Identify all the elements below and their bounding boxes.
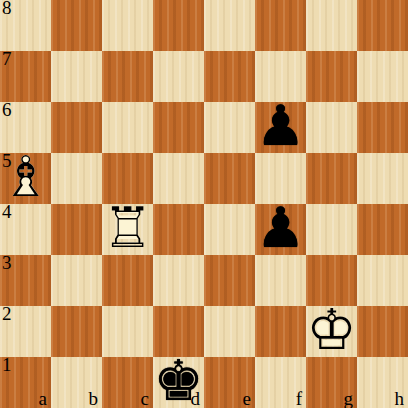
square-b6[interactable] bbox=[51, 102, 102, 153]
square-g8[interactable] bbox=[306, 0, 357, 51]
square-b2[interactable] bbox=[51, 306, 102, 357]
white-bishop-outline-glyph: ♗ bbox=[0, 148, 50, 204]
square-b5[interactable] bbox=[51, 153, 102, 204]
white-rook-outline-glyph: ♖ bbox=[102, 199, 152, 255]
square-c7[interactable] bbox=[102, 51, 153, 102]
file-label-a: a bbox=[39, 389, 47, 408]
file-label-f: f bbox=[296, 389, 302, 408]
square-a1[interactable]: 1a bbox=[0, 357, 51, 408]
file-label-g: g bbox=[344, 389, 354, 408]
square-d5[interactable] bbox=[153, 153, 204, 204]
black-pawn-f6[interactable]: ♟ bbox=[255, 102, 306, 153]
black-king-d1[interactable]: ♚ bbox=[153, 357, 204, 408]
square-f4[interactable]: ♟ bbox=[255, 204, 306, 255]
square-f8[interactable] bbox=[255, 0, 306, 51]
file-label-e: e bbox=[243, 389, 251, 408]
square-h2[interactable] bbox=[357, 306, 408, 357]
square-g5[interactable] bbox=[306, 153, 357, 204]
rank-label-3: 3 bbox=[2, 253, 12, 274]
white-king-outline-glyph: ♔ bbox=[306, 301, 356, 357]
square-a7[interactable]: 7 bbox=[0, 51, 51, 102]
square-h6[interactable] bbox=[357, 102, 408, 153]
rank-label-6: 6 bbox=[2, 100, 12, 121]
square-a3[interactable]: 3 bbox=[0, 255, 51, 306]
square-b4[interactable] bbox=[51, 204, 102, 255]
square-e5[interactable] bbox=[204, 153, 255, 204]
square-a2[interactable]: 2 bbox=[0, 306, 51, 357]
square-f2[interactable] bbox=[255, 306, 306, 357]
white-bishop-a5[interactable]: ♝♗ bbox=[0, 153, 51, 204]
chess-board-wrapper: 876♟5♝♗4♜♖♟32♚♔1abcd♚efgh bbox=[0, 0, 408, 408]
chess-board: 876♟5♝♗4♜♖♟32♚♔1abcd♚efgh bbox=[0, 0, 408, 408]
square-d7[interactable] bbox=[153, 51, 204, 102]
square-d6[interactable] bbox=[153, 102, 204, 153]
square-e3[interactable] bbox=[204, 255, 255, 306]
square-f6[interactable]: ♟ bbox=[255, 102, 306, 153]
square-c2[interactable] bbox=[102, 306, 153, 357]
square-g4[interactable] bbox=[306, 204, 357, 255]
square-h3[interactable] bbox=[357, 255, 408, 306]
black-pawn-glyph: ♟ bbox=[255, 199, 305, 255]
file-label-h: h bbox=[395, 389, 405, 408]
square-d1[interactable]: d♚ bbox=[153, 357, 204, 408]
black-pawn-f4[interactable]: ♟ bbox=[255, 204, 306, 255]
rank-label-4: 4 bbox=[2, 202, 12, 223]
square-g1[interactable]: g bbox=[306, 357, 357, 408]
square-g6[interactable] bbox=[306, 102, 357, 153]
square-f3[interactable] bbox=[255, 255, 306, 306]
rank-label-1: 1 bbox=[2, 355, 12, 376]
black-pawn-glyph: ♟ bbox=[255, 97, 305, 153]
square-e8[interactable] bbox=[204, 0, 255, 51]
rank-label-7: 7 bbox=[2, 49, 12, 70]
square-b1[interactable]: b bbox=[51, 357, 102, 408]
white-king-g2[interactable]: ♚♔ bbox=[306, 306, 357, 357]
square-e2[interactable] bbox=[204, 306, 255, 357]
square-d3[interactable] bbox=[153, 255, 204, 306]
square-h1[interactable]: h bbox=[357, 357, 408, 408]
square-c8[interactable] bbox=[102, 0, 153, 51]
square-e6[interactable] bbox=[204, 102, 255, 153]
square-h4[interactable] bbox=[357, 204, 408, 255]
square-a5[interactable]: 5♝♗ bbox=[0, 153, 51, 204]
square-c1[interactable]: c bbox=[102, 357, 153, 408]
square-c6[interactable] bbox=[102, 102, 153, 153]
square-f1[interactable]: f bbox=[255, 357, 306, 408]
white-rook-c4[interactable]: ♜♖ bbox=[102, 204, 153, 255]
square-h5[interactable] bbox=[357, 153, 408, 204]
file-label-b: b bbox=[89, 389, 99, 408]
square-b7[interactable] bbox=[51, 51, 102, 102]
file-label-c: c bbox=[141, 389, 149, 408]
square-a4[interactable]: 4 bbox=[0, 204, 51, 255]
black-king-glyph: ♚ bbox=[153, 352, 203, 408]
rank-label-2: 2 bbox=[2, 304, 12, 325]
square-c4[interactable]: ♜♖ bbox=[102, 204, 153, 255]
square-a8[interactable]: 8 bbox=[0, 0, 51, 51]
square-d8[interactable] bbox=[153, 0, 204, 51]
square-b8[interactable] bbox=[51, 0, 102, 51]
square-e7[interactable] bbox=[204, 51, 255, 102]
square-e1[interactable]: e bbox=[204, 357, 255, 408]
square-g7[interactable] bbox=[306, 51, 357, 102]
rank-label-8: 8 bbox=[2, 0, 12, 19]
square-h7[interactable] bbox=[357, 51, 408, 102]
square-d4[interactable] bbox=[153, 204, 204, 255]
square-b3[interactable] bbox=[51, 255, 102, 306]
square-e4[interactable] bbox=[204, 204, 255, 255]
square-g2[interactable]: ♚♔ bbox=[306, 306, 357, 357]
square-c3[interactable] bbox=[102, 255, 153, 306]
square-h8[interactable] bbox=[357, 0, 408, 51]
